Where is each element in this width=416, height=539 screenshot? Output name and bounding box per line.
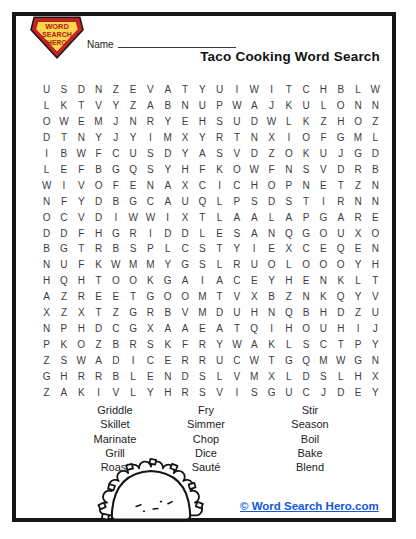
grid-cell-r8c12: P [228,193,245,209]
grid-cell-r16c7: X [142,320,159,336]
grid-cell-r9c5: I [107,209,124,225]
grid-cell-r20c4: I [90,384,107,400]
grid-cell-r20c16: C [297,384,314,400]
grid-cell-r20c13: S [246,384,263,400]
grid-cell-r13c6: O [124,273,141,289]
grid-cell-r10c2: D [55,225,72,241]
grid-cell-r2c6: Z [124,98,141,114]
grid-cell-r6c7: S [142,161,159,177]
grid-cell-r5c14: Z [263,146,280,162]
word-list-item: Simmer [170,417,242,431]
grid-cell-r5c16: K [297,146,314,162]
grid-cell-r15c19: Z [349,305,366,321]
word-list-item: Stir [268,403,352,417]
grid-cell-r10c13: A [246,225,263,241]
grid-cell-r20c3: K [73,384,90,400]
grid-cell-r12c14: O [263,257,280,273]
grid-cell-r16c17: U [315,320,332,336]
grid-cell-r1c19: L [349,82,366,98]
grid-cell-r5c1: I [38,146,55,162]
grid-cell-r18c9: R [176,352,193,368]
grid-cell-r13c16: E [297,273,314,289]
grid-cell-r5c8: D [159,146,176,162]
grid-cell-r2c7: A [142,98,159,114]
grid-cell-r20c8: H [159,384,176,400]
grid-cell-r14c8: O [159,289,176,305]
grid-cell-r3c16: K [297,114,314,130]
grid-cell-r11c17: E [315,241,332,257]
grid-cell-r20c12: I [228,384,245,400]
word-list-item: Season [268,417,352,431]
grid-cell-r7c14: O [263,177,280,193]
grid-cell-r20c5: V [107,384,124,400]
grid-cell-r14c19: Y [349,289,366,305]
grid-cell-r15c7: R [142,305,159,321]
grid-cell-r2c1: L [38,98,55,114]
logo-text-search: SEARCH [42,31,72,38]
grid-cell-r13c11: A [211,273,228,289]
grid-cell-r3c20: Z [367,114,384,130]
grid-cell-r1c11: U [211,82,228,98]
grid-cell-r16c14: I [263,320,280,336]
grid-cell-r3c8: Y [159,114,176,130]
grid-cell-r2c16: U [297,98,314,114]
grid-cell-r7c6: E [124,177,141,193]
grid-cell-r6c9: H [176,161,193,177]
grid-cell-r14c7: G [142,289,159,305]
lettuce-chunk [196,502,203,508]
grid-cell-r18c15: G [280,352,297,368]
grid-cell-r2c9: N [176,98,193,114]
grid-cell-r16c4: D [90,320,107,336]
grid-cell-r7c2: I [55,177,72,193]
grid-cell-r13c10: I [194,273,211,289]
grid-cell-r19c3: R [73,368,90,384]
grid-cell-r8c11: L [211,193,228,209]
grid-cell-r20c18: D [332,384,349,400]
grid-cell-r7c9: X [176,177,193,193]
grid-cell-r1c9: T [176,82,193,98]
grid-cell-r17c4: Z [90,336,107,352]
grid-cell-r14c16: N [297,289,314,305]
grid-cell-r1c1: U [38,82,55,98]
grid-cell-r3c18: H [332,114,349,130]
grid-cell-r10c20: O [367,225,384,241]
grid-cell-r7c10: C [194,177,211,193]
grid-cell-r9c16: P [297,209,314,225]
grid-cell-r20c2: A [55,384,72,400]
grid-cell-r13c19: L [349,273,366,289]
grid-cell-r5c12: V [228,146,245,162]
grid-cell-r11c12: Y [228,241,245,257]
grid-cell-r13c12: C [228,273,245,289]
grid-cell-r15c1: X [38,305,55,321]
grid-cell-r16c8: A [159,320,176,336]
grid-cell-r7c20: N [367,177,384,193]
grid-cell-r8c6: G [124,193,141,209]
grid-cell-r9c14: L [263,209,280,225]
grid-cell-r3c15: L [280,114,297,130]
grid-cell-r2c11: P [211,98,228,114]
grid-cell-r10c4: H [90,225,107,241]
grid-cell-r18c18: W [332,352,349,368]
grid-cell-r5c7: S [142,146,159,162]
grid-cell-r10c7: I [142,225,159,241]
grid-cell-r8c1: N [38,193,55,209]
worksheet-page: WORD SEARCH HERO Name Taco Cooking Word … [0,0,416,539]
grid-cell-r13c1: H [38,273,55,289]
lettuce-chunk [126,464,133,470]
grid-cell-r4c16: O [297,130,314,146]
name-blank-line [118,37,236,48]
grid-cell-r7c13: H [246,177,263,193]
grid-cell-r14c10: M [194,289,211,305]
grid-cell-r17c6: R [124,336,141,352]
grid-cell-r11c11: T [211,241,228,257]
grid-cell-r12c19: Y [349,257,366,273]
grid-cell-r19c16: D [297,368,314,384]
grid-cell-r9c11: L [211,209,228,225]
grid-cell-r3c9: E [176,114,193,130]
grid-cell-r2c20: N [367,98,384,114]
grid-cell-r13c5: O [107,273,124,289]
grid-cell-r9c3: V [73,209,90,225]
grid-cell-r16c15: H [280,320,297,336]
grid-cell-r2c8: B [159,98,176,114]
grid-cell-r7c8: A [159,177,176,193]
grid-cell-r2c15: K [280,98,297,114]
grid-cell-r8c20: N [367,193,384,209]
grid-cell-r10c15: Q [280,225,297,241]
word-list-item: Blend [268,460,352,474]
grid-cell-r6c6: Q [124,161,141,177]
grid-cell-r19c4: R [90,368,107,384]
grid-cell-r5c6: U [124,146,141,162]
grid-cell-r19c17: S [315,368,332,384]
grid-cell-r15c14: N [263,305,280,321]
grid-cell-r15c10: M [194,305,211,321]
grid-cell-r16c9: A [176,320,193,336]
word-list-item: Skillet [40,417,190,431]
word-list-item: Griddle [40,403,190,417]
grid-cell-r10c5: G [107,225,124,241]
grid-cell-r7c18: T [332,177,349,193]
grid-cell-r8c18: R [332,193,349,209]
grid-cell-r4c10: Y [194,130,211,146]
grid-cell-r9c19: R [349,209,366,225]
grid-cell-r19c18: L [332,368,349,384]
grid-cell-r11c16: C [297,241,314,257]
grid-cell-r13c13: E [246,273,263,289]
grid-cell-r4c8: M [159,130,176,146]
grid-cell-r16c16: O [297,320,314,336]
grid-cell-r4c9: X [176,130,193,146]
grid-cell-r4c15: I [280,130,297,146]
grid-cell-r9c9: X [176,209,193,225]
grid-cell-r11c14: E [263,241,280,257]
grid-cell-r19c9: D [176,368,193,384]
grid-cell-r8c3: Y [73,193,90,209]
grid-cell-r2c10: U [194,98,211,114]
grid-cell-r3c13: D [246,114,263,130]
grid-cell-r6c2: E [55,161,72,177]
grid-cell-r4c20: L [367,130,384,146]
grid-cell-r12c13: U [246,257,263,273]
grid-cell-r6c18: D [332,161,349,177]
grid-cell-r14c1: A [38,289,55,305]
grid-cell-r2c5: Y [107,98,124,114]
grid-cell-r18c1: Z [38,352,55,368]
grid-cell-r9c2: C [55,209,72,225]
grid-cell-r10c6: R [124,225,141,241]
grid-cell-r6c20: B [367,161,384,177]
grid-cell-r12c17: O [315,257,332,273]
grid-cell-r7c19: Z [349,177,366,193]
grid-cell-r17c17: C [315,336,332,352]
grid-cell-r20c14: G [263,384,280,400]
grid-cell-r4c2: T [55,130,72,146]
grid-cell-r10c3: F [73,225,90,241]
grid-cell-r18c8: E [159,352,176,368]
grid-cell-r11c10: S [194,241,211,257]
grid-cell-r15c17: H [315,305,332,321]
grid-cell-r13c4: T [90,273,107,289]
grid-cell-r18c7: C [142,352,159,368]
grid-cell-r10c9: D [176,225,193,241]
grid-cell-r11c2: G [55,241,72,257]
grid-cell-r19c11: L [211,368,228,384]
grid-cell-r1c3: D [73,82,90,98]
lettuce-chunk [98,503,105,510]
copyright-link[interactable]: © Word Search Hero.com [240,500,379,512]
grid-cell-r12c11: L [211,257,228,273]
grid-cell-r3c11: S [211,114,228,130]
grid-cell-r7c7: N [142,177,159,193]
grid-cell-r8c13: S [246,193,263,209]
grid-cell-r12c2: U [55,257,72,273]
grid-cell-r1c14: I [263,82,280,98]
grid-cell-r11c13: I [246,241,263,257]
grid-cell-r19c1: G [38,368,55,384]
grid-cell-r3c6: N [124,114,141,130]
lettuce-chunk [189,483,196,489]
grid-cell-r15c16: B [297,305,314,321]
grid-cell-r14c9: O [176,289,193,305]
grid-cell-r16c18: H [332,320,349,336]
grid-cell-r12c6: M [124,257,141,273]
grid-cell-r15c5: Z [107,305,124,321]
grid-cell-r12c12: R [228,257,245,273]
grid-cell-r8c8: A [159,193,176,209]
grid-cell-r15c13: H [246,305,263,321]
grid-cell-r12c9: G [176,257,193,273]
grid-cell-r3c17: Z [315,114,332,130]
grid-cell-r18c6: I [124,352,141,368]
grid-cell-r2c2: K [55,98,72,114]
grid-cell-r1c8: A [159,82,176,98]
grid-cell-r7c5: F [107,177,124,193]
grid-cell-r12c16: O [297,257,314,273]
grid-cell-r17c1: P [38,336,55,352]
grid-cell-r17c18: T [332,336,349,352]
grid-cell-r12c7: M [142,257,159,273]
word-list-item: Fry [170,403,242,417]
grid-cell-r11c18: Q [332,241,349,257]
grid-cell-r9c1: O [38,209,55,225]
grid-cell-r13c17: N [315,273,332,289]
grid-cell-r8c4: D [90,193,107,209]
grid-cell-r12c20: H [367,257,384,273]
grid-cell-r16c2: P [55,320,72,336]
grid-cell-r12c1: N [38,257,55,273]
grid-cell-r6c13: W [246,161,263,177]
grid-cell-r3c7: R [142,114,159,130]
grid-cell-r6c15: N [280,161,297,177]
grid-cell-r4c4: Y [90,130,107,146]
grid-cell-r11c1: B [38,241,55,257]
grid-cell-r12c5: W [107,257,124,273]
grid-cell-r11c19: E [349,241,366,257]
grid-cell-r14c4: E [90,289,107,305]
grid-cell-r18c10: R [194,352,211,368]
grid-cell-r15c11: D [211,305,228,321]
grid-cell-r2c19: N [349,98,366,114]
grid-cell-r19c7: E [142,368,159,384]
grid-cell-r15c18: D [332,305,349,321]
grid-cell-r17c15: L [280,336,297,352]
grid-cell-r13c8: G [159,273,176,289]
grid-cell-r16c3: H [73,320,90,336]
grid-cell-r13c2: Q [55,273,72,289]
grid-cell-r6c19: R [349,161,366,177]
word-list-item: Boil [268,432,352,446]
grid-cell-r4c6: Y [124,130,141,146]
grid-cell-r7c15: P [280,177,297,193]
grid-cell-r16c12: T [228,320,245,336]
grid-cell-r9c8: I [159,209,176,225]
grid-cell-r3c14: W [263,114,280,130]
grid-cell-r18c20: N [367,352,384,368]
grid-cell-r5c5: C [107,146,124,162]
grid-cell-r5c2: B [55,146,72,162]
grid-cell-r13c7: K [142,273,159,289]
grid-cell-r20c6: L [124,384,141,400]
grid-cell-r20c1: Z [38,384,55,400]
grid-cell-r12c10: S [194,257,211,273]
grid-cell-r9c12: A [228,209,245,225]
grid-cell-r4c12: T [228,130,245,146]
grid-cell-r2c14: J [263,98,280,114]
grid-cell-r5c20: D [367,146,384,162]
grid-cell-r12c18: O [332,257,349,273]
grid-cell-r13c3: H [73,273,90,289]
grid-cell-r1c5: Z [107,82,124,98]
grid-cell-r8c16: T [297,193,314,209]
grid-cell-r20c15: U [280,384,297,400]
grid-cell-r15c9: V [176,305,193,321]
grid-cell-r6c1: L [38,161,55,177]
grid-cell-r8c19: N [349,193,366,209]
grid-cell-r8c5: B [107,193,124,209]
grid-cell-r2c18: O [332,98,349,114]
grid-cell-r10c19: X [349,225,366,241]
grid-cell-r9c15: A [280,209,297,225]
grid-cell-r17c9: F [176,336,193,352]
grid-cell-r4c17: F [315,130,332,146]
grid-cell-r18c5: D [107,352,124,368]
grid-cell-r17c8: K [159,336,176,352]
grid-cell-r18c3: W [73,352,90,368]
grid-cell-r10c10: L [194,225,211,241]
grid-cell-r10c11: E [211,225,228,241]
grid-cell-r19c19: H [349,368,366,384]
grid-cell-r7c4: O [90,177,107,193]
grid-cell-r16c20: J [367,320,384,336]
grid-cell-r17c20: Y [367,336,384,352]
grid-cell-r19c20: X [367,368,384,384]
grid-cell-r15c2: Z [55,305,72,321]
grid-cell-r20c7: Y [142,384,159,400]
grid-cell-r16c11: A [211,320,228,336]
grid-cell-r16c6: G [124,320,141,336]
grid-cell-r15c6: G [124,305,141,321]
grid-cell-r18c13: W [246,352,263,368]
grid-cell-r2c4: V [90,98,107,114]
grid-cell-r17c2: K [55,336,72,352]
grid-cell-r14c17: K [315,289,332,305]
grid-cell-r3c2: W [55,114,72,130]
grid-cell-r15c8: B [159,305,176,321]
grid-cell-r17c19: P [349,336,366,352]
grid-cell-r20c17: J [315,384,332,400]
grid-cell-r14c3: R [73,289,90,305]
grid-cell-r5c4: F [90,146,107,162]
grid-cell-r12c8: Y [159,257,176,273]
grid-cell-r1c2: S [55,82,72,98]
grid-cell-r19c6: L [124,368,141,384]
grid-cell-r17c13: A [246,336,263,352]
grid-cell-r6c16: S [297,161,314,177]
grid-cell-r3c10: H [194,114,211,130]
grid-cell-r19c8: N [159,368,176,384]
grid-cell-r2c13: A [246,98,263,114]
grid-cell-r17c10: R [194,336,211,352]
grid-cell-r18c11: U [211,352,228,368]
grid-cell-r18c17: M [315,352,332,368]
grid-cell-r15c3: X [73,305,90,321]
grid-cell-r12c3: F [73,257,90,273]
word-list-column-3: StirSeasonBoilBakeBlend [268,403,352,474]
grid-cell-r19c10: S [194,368,211,384]
grid-cell-r4c13: N [246,130,263,146]
grid-cell-r4c5: J [107,130,124,146]
grid-cell-r13c18: K [332,273,349,289]
grid-cell-r11c4: R [90,241,107,257]
grid-cell-r9c20: E [367,209,384,225]
grid-cell-r20c11: V [211,384,228,400]
grid-cell-r6c3: F [73,161,90,177]
grid-cell-r14c12: V [228,289,245,305]
grid-cell-r1c4: N [90,82,107,98]
grid-cell-r16c19: I [349,320,366,336]
grid-cell-r5c10: A [194,146,211,162]
grid-cell-r3c19: O [349,114,366,130]
grid-cell-r8c2: F [55,193,72,209]
grid-cell-r20c19: E [349,384,366,400]
grid-cell-r1c16: C [297,82,314,98]
grid-cell-r12c15: L [280,257,297,273]
grid-cell-r14c5: E [107,289,124,305]
